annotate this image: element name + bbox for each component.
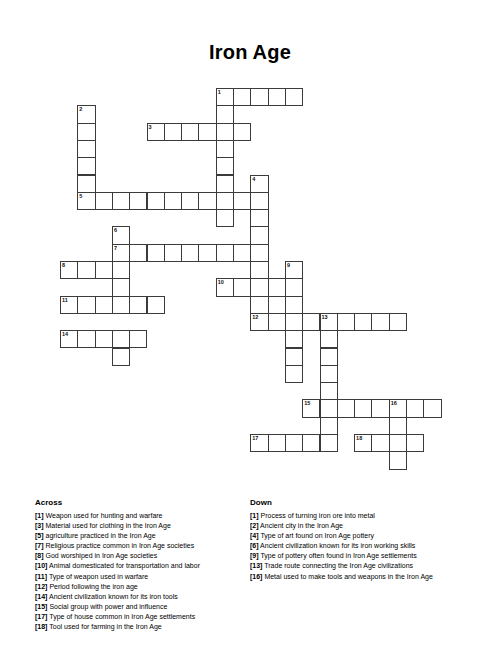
grid-cell-r16c13[interactable] (285, 365, 303, 383)
grid-cell-r15c15[interactable] (320, 348, 338, 366)
grid-cell-r6c8[interactable] (198, 192, 216, 210)
clue-text-down-4: Type of art found on Iron Age pottery (259, 532, 374, 539)
grid-cell-r13c17[interactable] (354, 313, 372, 331)
clue-across-15: [15] Social group with power and influen… (35, 602, 247, 612)
clue-number-15: 15 (304, 400, 310, 407)
clue-label-across-15: [15] (35, 603, 47, 610)
grid-cell-r6c6[interactable] (164, 192, 182, 210)
grid-cell-r20c15[interactable] (320, 434, 338, 452)
clue-label-across-18: [18] (35, 623, 47, 630)
grid-cell-r7c11[interactable] (250, 209, 268, 227)
clue-label-across-8: [8] (35, 552, 44, 559)
clue-label-down-13: [13] (250, 562, 262, 569)
clue-across-17: [17] Type of house common in Iron Age se… (35, 612, 247, 622)
grid-cell-r2c5[interactable]: 3 (147, 123, 165, 141)
puzzle-title: Iron Age (0, 41, 500, 64)
clue-text-across-15: Social group with power and influence (47, 603, 167, 610)
clue-number-1: 1 (218, 89, 221, 96)
clue-text-down-9: Type of pottery often found in Iron Age … (259, 552, 417, 559)
grid-cell-r18c19[interactable]: 16 (389, 399, 407, 417)
grid-cell-r16c15[interactable] (320, 365, 338, 383)
across-heading: Across (35, 498, 247, 507)
clue-label-across-3: [3] (35, 522, 44, 529)
clue-text-across-10: Animal domesticated for transportation a… (47, 562, 200, 569)
grid-cell-r3c1[interactable] (77, 140, 95, 158)
grid-cell-r1c9[interactable] (216, 105, 234, 123)
grid-cell-r12c5[interactable] (147, 296, 165, 314)
grid-cell-r4c9[interactable] (216, 157, 234, 175)
grid-cell-r18c17[interactable] (354, 399, 372, 417)
grid-cell-r9c3[interactable]: 7 (112, 244, 130, 262)
grid-cell-r9c11[interactable] (250, 244, 268, 262)
crossword-page: { "game": "crossword", "title": "Iron Ag… (0, 0, 500, 647)
clue-across-3: [3] Material used for clothing in the Ir… (35, 521, 247, 531)
clue-text-across-5: agriculture practiced in the Iron Age (44, 532, 156, 539)
grid-cell-r19c19[interactable] (389, 417, 407, 435)
grid-cell-r20c18[interactable] (371, 434, 389, 452)
grid-cell-r0c13[interactable] (285, 88, 303, 106)
clue-text-across-11: Type of weapon used in warfare (47, 573, 148, 580)
grid-cell-r14c13[interactable] (285, 330, 303, 348)
grid-cell-r11c12[interactable] (268, 278, 286, 296)
clue-across-12: [12] Period following the iron age (35, 582, 247, 592)
down-clues-section: Down [1] Process of turning iron ore int… (250, 498, 492, 582)
clue-text-across-12: Period following the iron age (47, 583, 137, 590)
grid-cell-r12c1[interactable] (77, 296, 95, 314)
across-clue-list: [1] Weapon used for hunting and warfare[… (35, 511, 247, 632)
grid-cell-r9c6[interactable] (164, 244, 182, 262)
grid-cell-r6c10[interactable] (233, 192, 251, 210)
clue-label-across-10: [10] (35, 562, 47, 569)
grid-cell-r0c10[interactable] (233, 88, 251, 106)
grid-cell-r10c0[interactable]: 8 (60, 261, 78, 279)
grid-cell-r18c18[interactable] (371, 399, 389, 417)
grid-cell-r6c3[interactable] (112, 192, 130, 210)
clue-number-6: 6 (114, 227, 117, 234)
clue-number-14: 14 (62, 331, 68, 338)
grid-cell-r2c1[interactable] (77, 123, 95, 141)
grid-cell-r13c13[interactable] (285, 313, 303, 331)
clue-text-across-18: Tool used for farming in the Iron Age (47, 623, 161, 630)
clue-across-18: [18] Tool used for farming in the Iron A… (35, 622, 247, 632)
grid-cell-r6c7[interactable] (181, 192, 199, 210)
grid-cell-r18c15[interactable] (320, 399, 338, 417)
grid-cell-r9c7[interactable] (181, 244, 199, 262)
grid-cell-r8c3[interactable]: 6 (112, 226, 130, 244)
grid-cell-r5c1[interactable] (77, 175, 95, 193)
clue-label-down-6: [6] (250, 542, 259, 549)
grid-cell-r6c4[interactable] (129, 192, 147, 210)
grid-cell-r12c3[interactable] (112, 296, 130, 314)
grid-cell-r6c1[interactable]: 5 (77, 192, 95, 210)
clue-label-down-1: [1] (250, 512, 259, 519)
grid-cell-r20c13[interactable] (285, 434, 303, 452)
grid-cell-r14c2[interactable] (95, 330, 113, 348)
clue-label-down-4: [4] (250, 532, 259, 539)
grid-cell-r8c11[interactable] (250, 226, 268, 244)
grid-cell-r18c14[interactable]: 15 (302, 399, 320, 417)
grid-cell-r10c13[interactable]: 9 (285, 261, 303, 279)
grid-cell-r13c12[interactable] (268, 313, 286, 331)
clue-label-across-5: [5] (35, 532, 44, 539)
grid-cell-r10c11[interactable] (250, 261, 268, 279)
grid-cell-r12c11[interactable] (250, 296, 268, 314)
grid-cell-r9c4[interactable] (129, 244, 147, 262)
clue-number-7: 7 (114, 245, 117, 252)
grid-cell-r11c3[interactable] (112, 278, 130, 296)
grid-cell-r5c11[interactable]: 4 (250, 175, 268, 193)
grid-cell-r13c14[interactable] (302, 313, 320, 331)
clue-text-across-7: Religious practice common in Iron Age so… (44, 542, 195, 549)
clue-down-16: [16] Metal used to make tools and weapon… (250, 572, 492, 582)
grid-cell-r20c19[interactable] (389, 434, 407, 452)
grid-cell-r9c9[interactable] (216, 244, 234, 262)
clue-across-7: [7] Religious practice common in Iron Ag… (35, 541, 247, 551)
clue-down-9: [9] Type of pottery often found in Iron … (250, 551, 492, 561)
clue-number-10: 10 (218, 279, 224, 286)
grid-cell-r6c2[interactable] (95, 192, 113, 210)
clue-label-across-7: [7] (35, 542, 44, 549)
grid-cell-r12c0[interactable]: 11 (60, 296, 78, 314)
clue-text-across-1: Weapon used for hunting and warfare (44, 512, 163, 519)
grid-cell-r15c13[interactable] (285, 348, 303, 366)
clue-number-11: 11 (62, 297, 68, 304)
grid-cell-r14c0[interactable]: 14 (60, 330, 78, 348)
clue-label-down-2: [2] (250, 522, 259, 529)
grid-cell-r14c4[interactable] (129, 330, 147, 348)
clue-number-3: 3 (149, 124, 152, 131)
grid-cell-r18c21[interactable] (423, 399, 441, 417)
clue-across-14: [14] Ancient civilization known for its … (35, 592, 247, 602)
clue-across-11: [11] Type of weapon used in warfare (35, 572, 247, 582)
grid-cell-r11c13[interactable] (285, 278, 303, 296)
grid-cell-r0c9[interactable]: 1 (216, 88, 234, 106)
grid-cell-r20c14[interactable] (302, 434, 320, 452)
grid-cell-r2c10[interactable] (233, 123, 251, 141)
clue-number-5: 5 (79, 193, 82, 200)
clue-down-2: [2] Ancient city in the Iron Age (250, 521, 492, 531)
grid-cell-r10c1[interactable] (77, 261, 95, 279)
grid-cell-r6c11[interactable] (250, 192, 268, 210)
grid-cell-r14c3[interactable] (112, 330, 130, 348)
clue-number-8: 8 (62, 262, 65, 269)
clue-label-across-1: [1] (35, 512, 44, 519)
grid-cell-r5c9[interactable] (216, 175, 234, 193)
clue-text-across-8: God worshiped in Iron Age societies (44, 552, 158, 559)
clue-down-6: [6] Ancient civilization known for its i… (250, 541, 492, 551)
clue-number-18: 18 (356, 435, 362, 442)
grid-cell-r17c15[interactable] (320, 382, 338, 400)
grid-cell-r13c11[interactable]: 12 (250, 313, 268, 331)
grid-cell-r21c19[interactable] (389, 451, 407, 469)
clue-number-12: 12 (252, 314, 258, 321)
clue-number-9: 9 (287, 262, 290, 269)
crossword-grid: 123456789101112131415161718 (60, 88, 442, 470)
grid-cell-r4c1[interactable] (77, 157, 95, 175)
grid-cell-r9c5[interactable] (147, 244, 165, 262)
grid-cell-r9c10[interactable] (233, 244, 251, 262)
clue-number-2: 2 (79, 106, 82, 113)
clue-down-13: [13] Trade route connecting the Iron Age… (250, 561, 492, 571)
clue-across-8: [8] God worshiped in Iron Age societies (35, 551, 247, 561)
grid-cell-r18c20[interactable] (406, 399, 424, 417)
grid-cell-r0c11[interactable] (250, 88, 268, 106)
grid-cell-r3c9[interactable] (216, 140, 234, 158)
grid-cell-r0c12[interactable] (268, 88, 286, 106)
grid-cell-r1c1[interactable]: 2 (77, 105, 95, 123)
grid-cell-r13c16[interactable] (337, 313, 355, 331)
grid-cell-r20c17[interactable]: 18 (354, 434, 372, 452)
grid-cell-r13c15[interactable]: 13 (320, 313, 338, 331)
grid-cell-r2c8[interactable] (198, 123, 216, 141)
across-clues-section: Across [1] Weapon used for hunting and w… (35, 498, 247, 632)
clue-number-16: 16 (391, 400, 397, 407)
clue-text-down-6: Ancient civilization known for its iron … (259, 542, 416, 549)
clue-text-down-2: Ancient city in the Iron Age (259, 522, 343, 529)
grid-cell-r11c11[interactable] (250, 278, 268, 296)
grid-cell-r15c3[interactable] (112, 348, 130, 366)
grid-cell-r20c11[interactable]: 17 (250, 434, 268, 452)
grid-cell-r13c19[interactable] (389, 313, 407, 331)
grid-cell-r11c10[interactable] (233, 278, 251, 296)
grid-cell-r2c7[interactable] (181, 123, 199, 141)
clue-down-1: [1] Process of turning iron ore into met… (250, 511, 492, 521)
grid-cell-r19c15[interactable] (320, 417, 338, 435)
clue-text-down-13: Trade route connecting the Iron Age civi… (262, 562, 413, 569)
clue-number-17: 17 (252, 435, 258, 442)
grid-cell-r2c6[interactable] (164, 123, 182, 141)
clue-text-across-17: Type of house common in Iron Age settlem… (47, 613, 195, 620)
grid-cell-r14c15[interactable] (320, 330, 338, 348)
grid-cell-r13c18[interactable] (371, 313, 389, 331)
grid-cell-r10c3[interactable] (112, 261, 130, 279)
clue-text-across-3: Material used for clothing in the Iron A… (44, 522, 171, 529)
clue-label-across-17: [17] (35, 613, 47, 620)
grid-cell-r20c12[interactable] (268, 434, 286, 452)
grid-cell-r20c20[interactable] (406, 434, 424, 452)
grid-cell-r18c16[interactable] (337, 399, 355, 417)
grid-cell-r6c9[interactable] (216, 192, 234, 210)
clue-text-down-1: Process of turning iron ore into metal (259, 512, 375, 519)
clue-down-4: [4] Type of art found on Iron Age potter… (250, 531, 492, 541)
clue-text-down-16: Metal used to make tools and weapons in … (262, 573, 432, 580)
down-clue-list: [1] Process of turning iron ore into met… (250, 511, 492, 582)
clue-number-4: 4 (252, 176, 255, 183)
grid-cell-r12c13[interactable] (285, 296, 303, 314)
clue-number-13: 13 (322, 314, 328, 321)
grid-cell-r7c9[interactable] (216, 209, 234, 227)
grid-cell-r10c2[interactable] (95, 261, 113, 279)
grid-cell-r2c9[interactable] (216, 123, 234, 141)
clue-text-across-14: Ancient civilization known for its iron … (47, 593, 177, 600)
grid-cell-r6c5[interactable] (147, 192, 165, 210)
clue-label-down-16: [16] (250, 573, 262, 580)
grid-cell-r14c1[interactable] (77, 330, 95, 348)
clue-label-across-12: [12] (35, 583, 47, 590)
grid-cell-r12c2[interactable] (95, 296, 113, 314)
grid-cell-r12c4[interactable] (129, 296, 147, 314)
clue-across-1: [1] Weapon used for hunting and warfare (35, 511, 247, 521)
down-heading: Down (250, 498, 492, 507)
grid-cell-r11c9[interactable]: 10 (216, 278, 234, 296)
clue-label-across-14: [14] (35, 593, 47, 600)
clue-across-10: [10] Animal domesticated for transportat… (35, 561, 247, 571)
clue-label-across-11: [11] (35, 573, 47, 580)
grid-cell-r9c8[interactable] (198, 244, 216, 262)
clue-across-5: [5] agriculture practiced in the Iron Ag… (35, 531, 247, 541)
clue-label-down-9: [9] (250, 552, 259, 559)
